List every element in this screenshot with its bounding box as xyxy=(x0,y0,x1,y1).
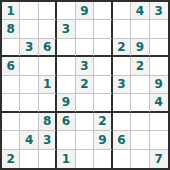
sudoku-cell-given: 6 xyxy=(39,39,57,57)
sudoku-cell-empty[interactable] xyxy=(39,2,57,20)
sudoku-cell-empty[interactable] xyxy=(2,113,20,131)
sudoku-cell-empty[interactable] xyxy=(2,94,20,112)
sudoku-cell-given: 9 xyxy=(76,2,94,20)
sudoku-cell-empty[interactable] xyxy=(20,150,38,168)
sudoku-cell-given: 3 xyxy=(150,2,168,20)
sudoku-cell-empty[interactable] xyxy=(94,39,112,57)
sudoku-cell-empty[interactable] xyxy=(94,20,112,38)
sudoku-cell-empty[interactable] xyxy=(76,39,94,57)
sudoku-cell-given: 8 xyxy=(2,20,20,38)
sudoku-cell-empty[interactable] xyxy=(20,57,38,75)
sudoku-cell-given: 2 xyxy=(76,76,94,94)
sudoku-cell-empty[interactable] xyxy=(76,113,94,131)
sudoku-cell-empty[interactable] xyxy=(131,113,149,131)
sudoku-cell-given: 2 xyxy=(2,150,20,168)
sudoku-cell-empty[interactable] xyxy=(2,76,20,94)
sudoku-cell-given: 4 xyxy=(20,131,38,149)
sudoku-cell-given: 9 xyxy=(131,39,149,57)
sudoku-cell-empty[interactable] xyxy=(20,2,38,20)
sudoku-cell-empty[interactable] xyxy=(20,113,38,131)
sudoku-cell-empty[interactable] xyxy=(131,76,149,94)
sudoku-cell-empty[interactable] xyxy=(57,76,75,94)
sudoku-cell-empty[interactable] xyxy=(150,131,168,149)
sudoku-cell-empty[interactable] xyxy=(113,57,131,75)
sudoku-cell-given: 9 xyxy=(57,94,75,112)
sudoku-cell-empty[interactable] xyxy=(94,2,112,20)
sudoku-cell-empty[interactable] xyxy=(150,39,168,57)
sudoku-cell-empty[interactable] xyxy=(150,57,168,75)
sudoku-cell-empty[interactable] xyxy=(113,2,131,20)
sudoku-cell-empty[interactable] xyxy=(76,131,94,149)
sudoku-cell-empty[interactable] xyxy=(2,39,20,57)
sudoku-cell-empty[interactable] xyxy=(94,76,112,94)
sudoku-cell-given: 2 xyxy=(94,113,112,131)
sudoku-cell-given: 3 xyxy=(39,131,57,149)
sudoku-cell-empty[interactable] xyxy=(39,94,57,112)
sudoku-cell-empty[interactable] xyxy=(20,94,38,112)
sudoku-cell-given: 3 xyxy=(57,20,75,38)
sudoku-cell-empty[interactable] xyxy=(76,20,94,38)
sudoku-cell-empty[interactable] xyxy=(131,94,149,112)
sudoku-cell-given: 3 xyxy=(76,57,94,75)
sudoku-cell-given: 1 xyxy=(57,150,75,168)
sudoku-cell-empty[interactable] xyxy=(39,20,57,38)
sudoku-cell-empty[interactable] xyxy=(113,94,131,112)
sudoku-cell-given: 6 xyxy=(113,131,131,149)
sudoku-cell-given: 9 xyxy=(150,76,168,94)
sudoku-cell-empty[interactable] xyxy=(20,76,38,94)
sudoku-cell-given: 6 xyxy=(2,57,20,75)
sudoku-cell-empty[interactable] xyxy=(131,150,149,168)
sudoku-cell-given: 1 xyxy=(39,76,57,94)
sudoku-cell-empty[interactable] xyxy=(113,150,131,168)
sudoku-cell-empty[interactable] xyxy=(94,94,112,112)
sudoku-cell-empty[interactable] xyxy=(57,39,75,57)
sudoku-cell-given: 2 xyxy=(131,57,149,75)
sudoku-cell-given: 4 xyxy=(150,94,168,112)
sudoku-cell-given: 9 xyxy=(94,131,112,149)
sudoku-cell-given: 2 xyxy=(113,39,131,57)
sudoku-cell-empty[interactable] xyxy=(39,57,57,75)
sudoku-cell-empty[interactable] xyxy=(76,94,94,112)
sudoku-cell-empty[interactable] xyxy=(150,20,168,38)
sudoku-cell-given: 3 xyxy=(113,76,131,94)
sudoku-cell-given: 6 xyxy=(57,113,75,131)
sudoku-cell-given: 1 xyxy=(2,2,20,20)
sudoku-cell-given: 4 xyxy=(131,2,149,20)
sudoku-cell-empty[interactable] xyxy=(39,150,57,168)
sudoku-cell-empty[interactable] xyxy=(131,20,149,38)
sudoku-cell-empty[interactable] xyxy=(94,150,112,168)
sudoku-cell-empty[interactable] xyxy=(57,131,75,149)
sudoku-cell-empty[interactable] xyxy=(113,20,131,38)
sudoku-cell-empty[interactable] xyxy=(131,131,149,149)
sudoku-cell-given: 7 xyxy=(150,150,168,168)
sudoku-cell-given: 3 xyxy=(20,39,38,57)
sudoku-cell-given: 8 xyxy=(39,113,57,131)
sudoku-cell-empty[interactable] xyxy=(76,150,94,168)
sudoku-board: 19438336296321239948624396217 xyxy=(0,0,170,170)
sudoku-cell-empty[interactable] xyxy=(150,113,168,131)
sudoku-cell-empty[interactable] xyxy=(94,57,112,75)
sudoku-cell-empty[interactable] xyxy=(57,57,75,75)
sudoku-cell-empty[interactable] xyxy=(2,131,20,149)
sudoku-cell-empty[interactable] xyxy=(113,113,131,131)
sudoku-cell-empty[interactable] xyxy=(57,2,75,20)
sudoku-cell-empty[interactable] xyxy=(20,20,38,38)
